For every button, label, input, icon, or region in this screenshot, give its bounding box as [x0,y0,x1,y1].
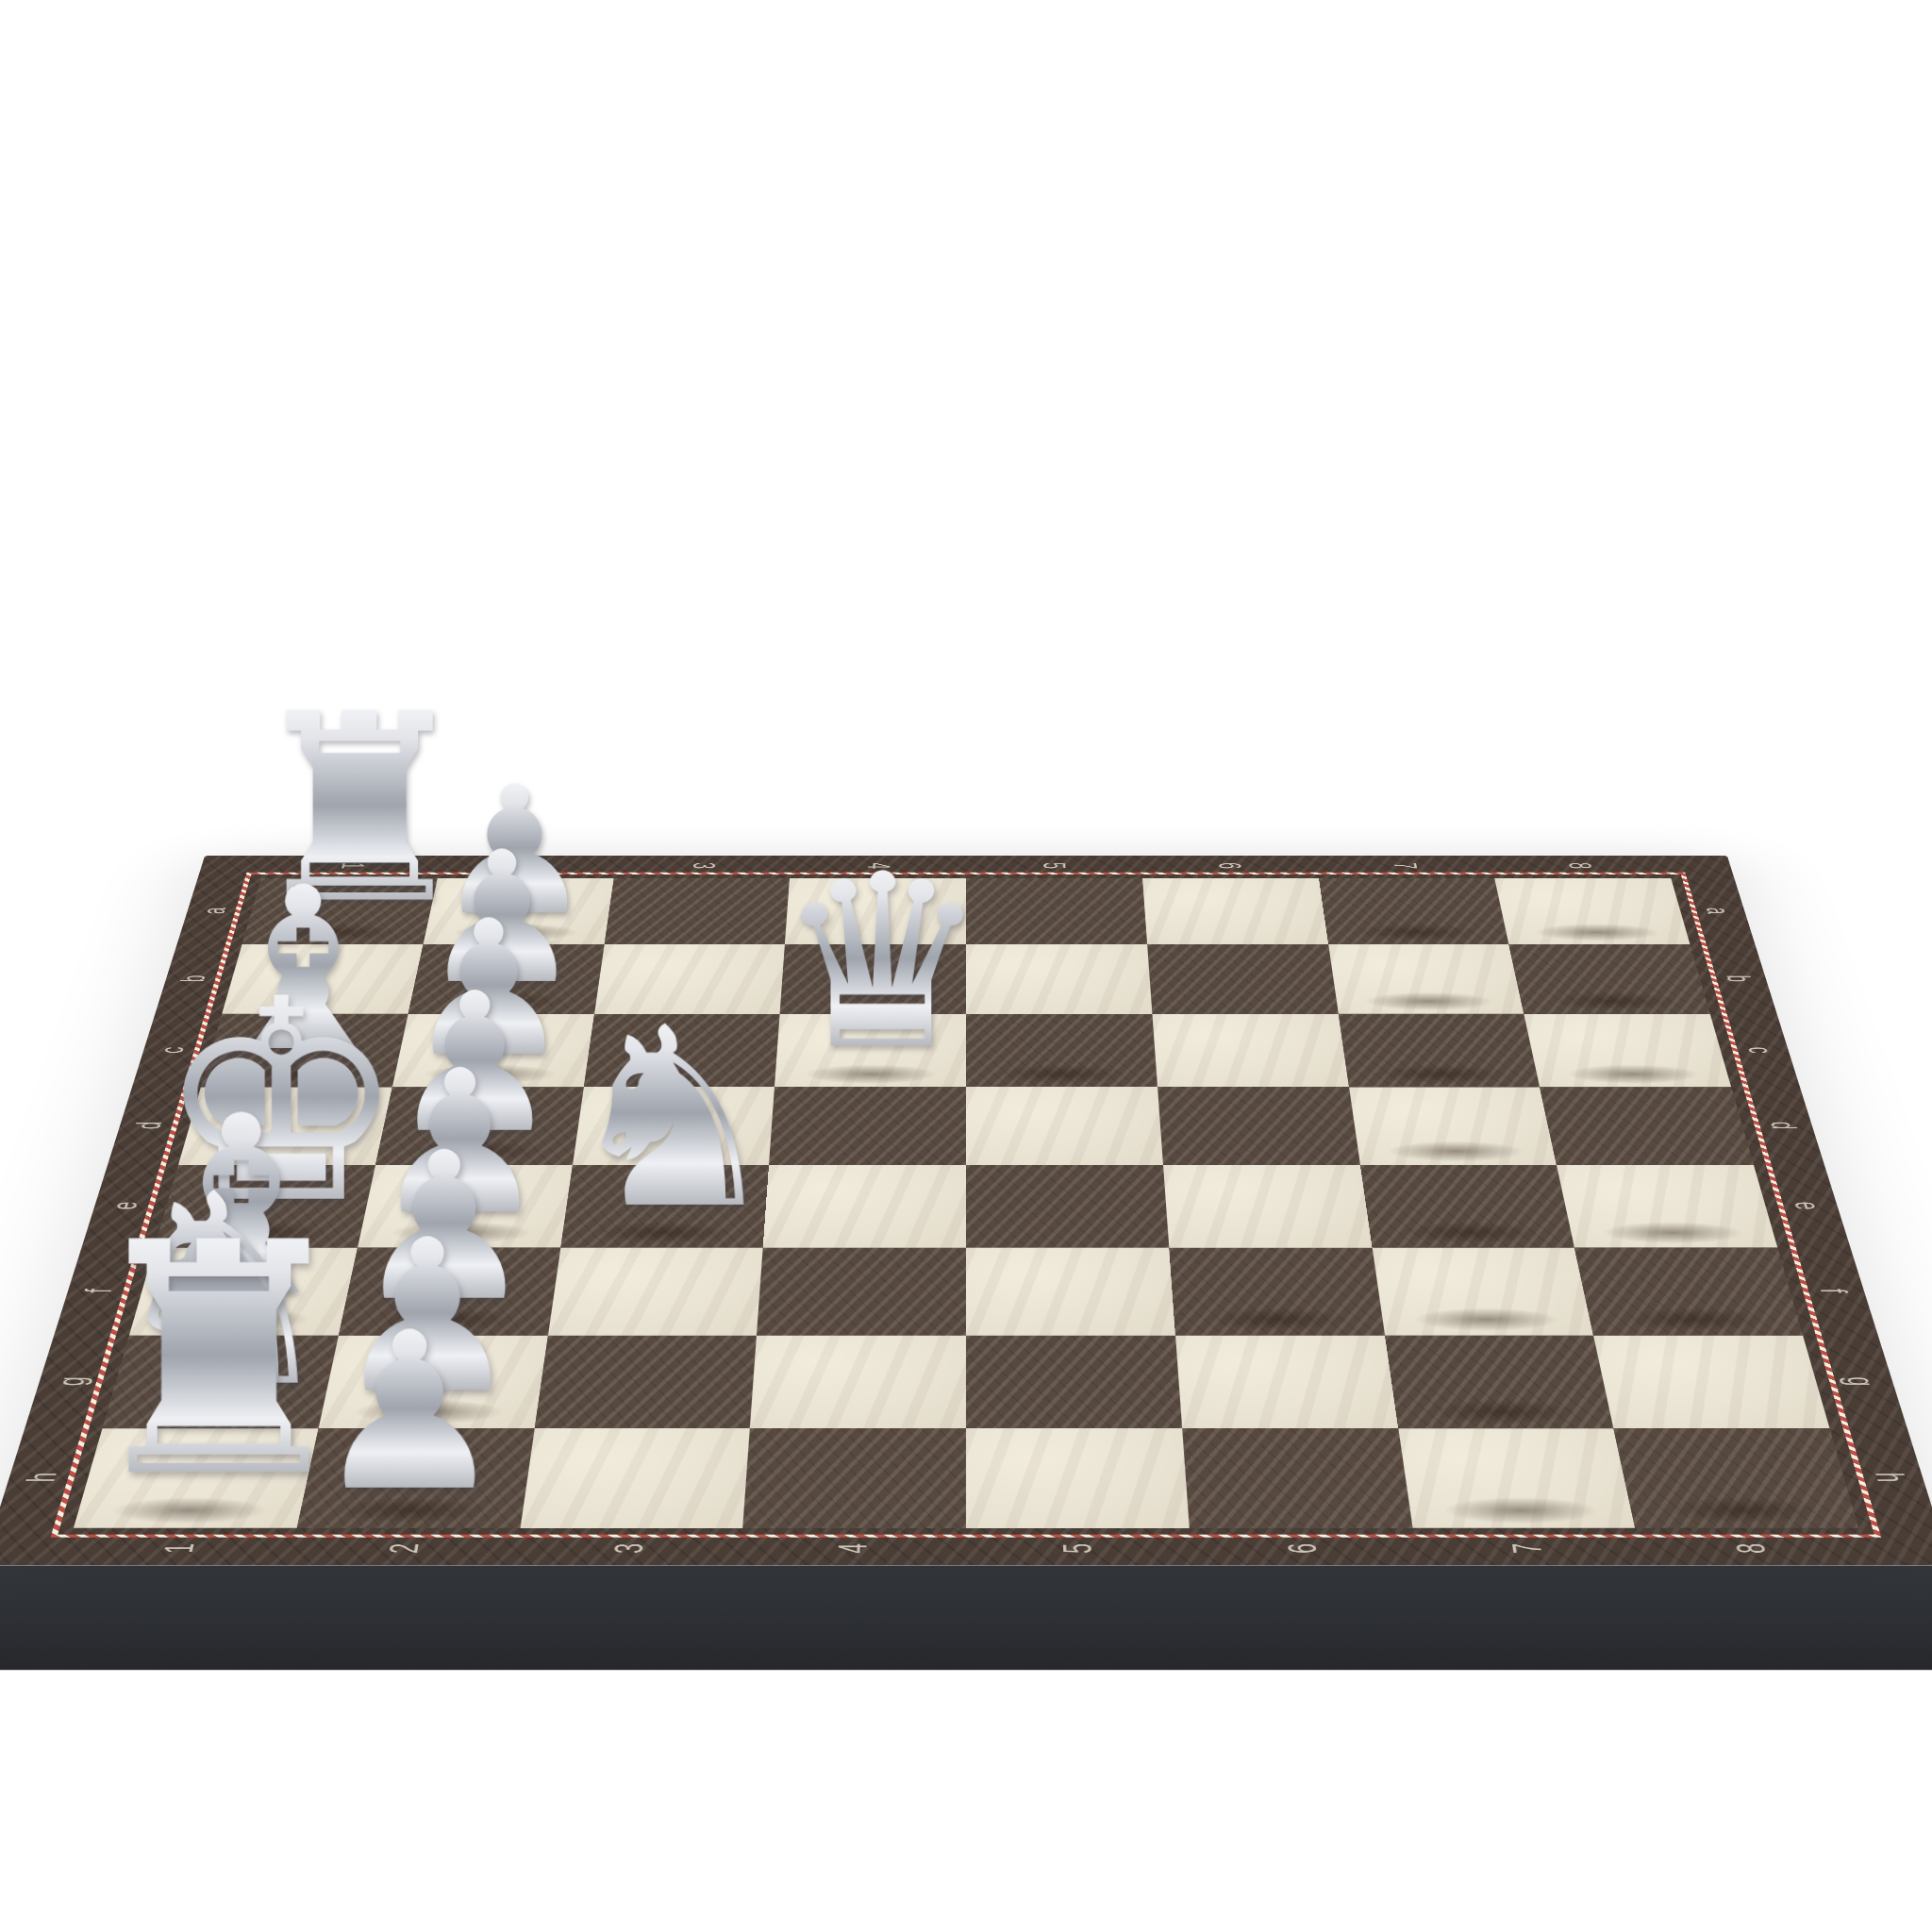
squares-grid: ♜♟♟♜♟♟♞♝♟♛♛♟♝♟♟♚♟♞♟♚♝♟♞♟♝♞♟♟♜♟♟♜ [74,878,1858,1528]
square-f6[interactable]: ♞ [1169,1247,1384,1335]
square-c4[interactable]: ♛ [774,1014,966,1088]
knight-glyph-icon: ♞ [561,994,784,1242]
piece-silver-rook-h1[interactable]: ♜ [75,1381,328,1522]
square-g5[interactable] [966,1335,1182,1428]
square-h7[interactable]: ♟ [1398,1428,1636,1527]
square-g3[interactable] [534,1335,757,1428]
board-thickness-face [0,1565,1932,1670]
square-d4[interactable] [769,1088,966,1165]
rank-numbers-near: 12345678 [64,1536,1868,1562]
piece-gold-pawn-h7[interactable]: ♟ [1397,1425,1634,1523]
queen-glyph-icon: ♛ [775,843,991,1083]
piece-silver-pawn-h2[interactable]: ♟ [298,1425,535,1523]
photo-stage: ♜♟♟♜♟♟♞♝♟♛♛♟♝♟♟♚♟♞♟♚♝♟♞♟♝♞♟♟♜♟♟♜ 1234567… [0,0,1932,1932]
square-h4[interactable] [742,1428,966,1527]
square-h8[interactable]: ♜ [1614,1428,1858,1527]
square-h2[interactable]: ♟ [296,1428,534,1527]
piece-silver-knight-e3[interactable]: ♞ [561,1142,771,1242]
piece-gold-rook-h8[interactable]: ♜ [1604,1381,1857,1522]
square-f5[interactable] [966,1247,1175,1335]
square-h1[interactable]: ♜ [74,1428,318,1527]
square-h3[interactable] [520,1428,750,1527]
chess-board: ♜♟♟♜♟♟♞♝♟♛♛♟♝♟♟♚♟♞♟♚♝♟♞♟♝♞♟♟♜♟♟♜ 1234567… [0,856,1932,1566]
square-a3[interactable] [604,878,790,944]
square-c5[interactable]: ♛ [966,1014,1158,1088]
rook-glyph-icon: ♜ [1634,1202,1921,1522]
pawn-glyph-icon: ♟ [312,1305,508,1523]
square-h6[interactable] [1182,1428,1412,1527]
square-e5[interactable] [966,1165,1169,1247]
board-scene: ♜♟♟♜♟♟♞♝♟♛♛♟♝♟♟♚♟♞♟♚♝♟♞♟♝♞♟♟♜♟♟♜ 1234567… [108,307,1824,1932]
square-d5[interactable] [966,1088,1163,1165]
board-tilt: ♜♟♟♜♟♟♞♝♟♛♛♟♝♟♟♚♟♞♟♚♝♟♞♟♝♞♟♟♜♟♟♜ 1234567… [0,856,1932,1566]
square-e4[interactable] [763,1165,966,1247]
square-f4[interactable] [757,1247,966,1335]
knight-glyph-icon: ♞ [1174,1074,1404,1329]
square-f3[interactable] [547,1247,762,1335]
piece-gold-knight-f6[interactable]: ♞ [1167,1224,1383,1330]
square-h5[interactable] [966,1428,1190,1527]
square-g6[interactable] [1175,1335,1398,1428]
pawn-glyph-icon: ♟ [1425,1305,1621,1523]
piece-gold-queen-c5[interactable]: ♛ [966,991,1157,1083]
queen-glyph-icon: ♛ [966,843,1181,1083]
piece-silver-queen-c4[interactable]: ♛ [775,991,966,1083]
square-e3[interactable]: ♞ [560,1165,769,1247]
square-g4[interactable] [750,1335,966,1428]
